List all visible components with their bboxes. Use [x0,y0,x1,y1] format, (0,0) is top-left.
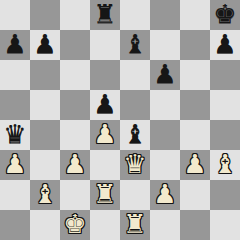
square-a1[interactable] [0,210,30,240]
white-bishop[interactable]: ♝ [33,180,56,209]
square-a4[interactable]: ♛ [0,120,30,150]
white-pawn[interactable]: ♟ [93,120,116,149]
square-c1[interactable]: ♚ [60,210,90,240]
white-pawn[interactable]: ♟ [183,150,206,179]
square-a7[interactable]: ♟ [0,30,30,60]
square-f6[interactable]: ♟ [150,60,180,90]
white-rook[interactable]: ♜ [123,210,146,239]
square-c5[interactable] [60,90,90,120]
square-g1[interactable] [180,210,210,240]
square-d8[interactable]: ♜ [90,0,120,30]
black-bishop[interactable]: ♝ [123,120,146,149]
square-f7[interactable] [150,30,180,60]
black-pawn[interactable]: ♟ [153,60,176,89]
square-h2[interactable] [210,180,240,210]
white-queen[interactable]: ♛ [123,150,146,179]
square-h1[interactable] [210,210,240,240]
square-b5[interactable] [30,90,60,120]
square-h6[interactable] [210,60,240,90]
square-b2[interactable]: ♝ [30,180,60,210]
white-rook[interactable]: ♜ [93,180,116,209]
square-d7[interactable] [90,30,120,60]
chess-board: ♜♚♟♟♝♟♟♟♛♟♝♟♟♛♟♝♝♜♟♚♜ [0,0,240,240]
square-f3[interactable] [150,150,180,180]
square-g4[interactable] [180,120,210,150]
square-h5[interactable] [210,90,240,120]
white-king[interactable]: ♚ [63,210,86,239]
square-b7[interactable]: ♟ [30,30,60,60]
square-f1[interactable] [150,210,180,240]
square-e6[interactable] [120,60,150,90]
square-d6[interactable] [90,60,120,90]
square-g3[interactable]: ♟ [180,150,210,180]
square-e3[interactable]: ♛ [120,150,150,180]
square-c4[interactable] [60,120,90,150]
square-d4[interactable]: ♟ [90,120,120,150]
square-f8[interactable] [150,0,180,30]
square-f2[interactable]: ♟ [150,180,180,210]
square-h8[interactable]: ♚ [210,0,240,30]
black-pawn[interactable]: ♟ [213,30,236,59]
square-e4[interactable]: ♝ [120,120,150,150]
square-g8[interactable] [180,0,210,30]
white-pawn[interactable]: ♟ [153,180,176,209]
square-h7[interactable]: ♟ [210,30,240,60]
square-c8[interactable] [60,0,90,30]
square-h3[interactable]: ♝ [210,150,240,180]
square-b4[interactable] [30,120,60,150]
black-king[interactable]: ♚ [213,0,236,29]
white-pawn[interactable]: ♟ [63,150,86,179]
square-e2[interactable] [120,180,150,210]
black-rook[interactable]: ♜ [93,0,116,29]
square-g6[interactable] [180,60,210,90]
square-a2[interactable] [0,180,30,210]
square-h4[interactable] [210,120,240,150]
square-e5[interactable] [120,90,150,120]
square-f5[interactable] [150,90,180,120]
black-pawn[interactable]: ♟ [33,30,56,59]
square-d1[interactable] [90,210,120,240]
square-g5[interactable] [180,90,210,120]
square-e1[interactable]: ♜ [120,210,150,240]
square-d5[interactable]: ♟ [90,90,120,120]
square-b6[interactable] [30,60,60,90]
white-pawn[interactable]: ♟ [3,150,26,179]
square-a5[interactable] [0,90,30,120]
square-d3[interactable] [90,150,120,180]
square-g2[interactable] [180,180,210,210]
square-b1[interactable] [30,210,60,240]
square-g7[interactable] [180,30,210,60]
square-c3[interactable]: ♟ [60,150,90,180]
square-b3[interactable] [30,150,60,180]
square-d2[interactable]: ♜ [90,180,120,210]
square-b8[interactable] [30,0,60,30]
square-a6[interactable] [0,60,30,90]
black-bishop[interactable]: ♝ [123,30,146,59]
square-e7[interactable]: ♝ [120,30,150,60]
black-pawn[interactable]: ♟ [3,30,26,59]
chess-board-frame: ♜♚♟♟♝♟♟♟♛♟♝♟♟♛♟♝♝♜♟♚♜ [0,0,240,240]
black-pawn[interactable]: ♟ [93,90,116,119]
square-a3[interactable]: ♟ [0,150,30,180]
square-c6[interactable] [60,60,90,90]
square-f4[interactable] [150,120,180,150]
black-queen[interactable]: ♛ [3,120,26,149]
square-c7[interactable] [60,30,90,60]
white-bishop[interactable]: ♝ [213,150,236,179]
square-e8[interactable] [120,0,150,30]
square-a8[interactable] [0,0,30,30]
square-c2[interactable] [60,180,90,210]
